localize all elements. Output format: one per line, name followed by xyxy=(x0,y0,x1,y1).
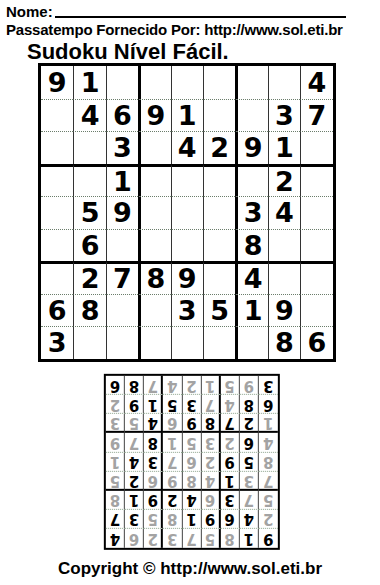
puzzle-cell-r7c5[interactable]: 9 xyxy=(171,261,203,294)
puzzle-cell-r6c4[interactable] xyxy=(138,229,170,262)
solution-cell-r4c4: 4 xyxy=(201,471,220,490)
puzzle-cell-r8c8[interactable]: 9 xyxy=(268,294,300,327)
solution-cell-r4c7: 6 xyxy=(144,471,163,490)
solution-cell-r9c1: 3 xyxy=(259,376,278,395)
solution-cell-r1c7: 2 xyxy=(144,529,163,548)
solution-cell-r7c2: 2 xyxy=(240,414,259,433)
solution-cell-r2c4: 9 xyxy=(201,510,220,529)
solution-cell-r6c1: 4 xyxy=(259,433,278,452)
puzzle-cell-r4c8[interactable]: 2 xyxy=(268,164,300,197)
solution-cell-r7c1: 1 xyxy=(259,414,278,433)
solution-cell-r2c8: 3 xyxy=(125,510,144,529)
solution-cell-r8c2: 8 xyxy=(240,395,259,414)
puzzle-cell-r1c5[interactable] xyxy=(171,66,203,99)
solution-cell-r8c1: 6 xyxy=(259,395,278,414)
solution-cell-r7c9: 3 xyxy=(106,414,125,433)
puzzle-cell-r2c6[interactable] xyxy=(203,99,235,132)
puzzle-cell-r2c2[interactable]: 4 xyxy=(73,99,105,132)
puzzle-cell-r6c2[interactable]: 6 xyxy=(73,229,105,262)
puzzle-cell-r5c3[interactable]: 9 xyxy=(106,196,138,229)
page-title: Sudoku Nível Fácil. xyxy=(27,39,229,65)
puzzle-cell-r2c4[interactable]: 9 xyxy=(138,99,170,132)
puzzle-cell-r3c3[interactable]: 3 xyxy=(106,131,138,164)
puzzle-cell-r5c7[interactable]: 3 xyxy=(235,196,267,229)
puzzle-cell-r7c7[interactable]: 4 xyxy=(235,261,267,294)
solution-cell-r6c5: 5 xyxy=(182,433,201,452)
name-row: Nome: xyxy=(6,3,346,20)
solution-cell-r9c3: 5 xyxy=(221,376,240,395)
puzzle-cell-r4c1[interactable] xyxy=(41,164,73,197)
solution-cell-r5c2: 5 xyxy=(240,452,259,471)
solution-cell-r5c6: 7 xyxy=(163,452,182,471)
puzzle-cell-r3c2[interactable] xyxy=(73,131,105,164)
puzzle-cell-r5c9[interactable] xyxy=(300,196,332,229)
solution-cell-r6c8: 7 xyxy=(125,433,144,452)
puzzle-cell-r3c9[interactable] xyxy=(300,131,332,164)
solution-cell-r8c4: 7 xyxy=(201,395,220,414)
solution-cell-r1c5: 7 xyxy=(182,529,201,548)
solution-cell-r6c9: 9 xyxy=(106,433,125,452)
solution-cell-r5c9: 1 xyxy=(106,452,125,471)
puzzle-cell-r1c3[interactable] xyxy=(106,66,138,99)
name-label: Nome: xyxy=(6,3,53,20)
solution-cell-r3c8: 1 xyxy=(125,491,144,510)
puzzle-cell-r4c9[interactable] xyxy=(300,164,332,197)
copyright-line: Copyright © http://www.sol.eti.br xyxy=(0,559,380,579)
worksheet-page: Nome: Passatempo Fornecido Por: http://w… xyxy=(0,0,380,585)
solution-cell-r8c6: 5 xyxy=(163,395,182,414)
solution-cell-r6c4: 3 xyxy=(201,433,220,452)
solution-cell-r9c8: 8 xyxy=(125,376,144,395)
solution-cell-r3c7: 9 xyxy=(144,491,163,510)
puzzle-cell-r9c5[interactable] xyxy=(171,326,203,359)
puzzle-cell-r8c5[interactable]: 3 xyxy=(171,294,203,327)
puzzle-cell-r4c2[interactable] xyxy=(73,164,105,197)
puzzle-cell-r1c8[interactable] xyxy=(268,66,300,99)
solution-cell-r8c8: 9 xyxy=(125,395,144,414)
solution-cell-r5c7: 3 xyxy=(144,452,163,471)
solution-cell-r9c9: 6 xyxy=(106,376,125,395)
puzzle-cell-r5c2[interactable]: 5 xyxy=(73,196,105,229)
puzzle-cell-r9c4[interactable] xyxy=(138,326,170,359)
solution-cell-r2c5: 1 xyxy=(182,510,201,529)
sudoku-solution-grid-rotated: 9185732642469185375736429187314896258592… xyxy=(104,374,280,550)
solution-cell-r9c7: 7 xyxy=(144,376,163,395)
puzzle-cell-r7c1[interactable] xyxy=(41,261,73,294)
solution-cell-r7c4: 8 xyxy=(201,414,220,433)
puzzle-cell-r1c4[interactable] xyxy=(138,66,170,99)
solution-cell-r2c3: 6 xyxy=(221,510,240,529)
puzzle-cell-r6c5[interactable] xyxy=(171,229,203,262)
name-fill-line[interactable] xyxy=(55,4,346,18)
solution-cell-r1c9: 4 xyxy=(106,529,125,548)
solution-cell-r2c6: 8 xyxy=(163,510,182,529)
puzzle-cell-r8c7[interactable]: 1 xyxy=(235,294,267,327)
solution-cell-r1c1: 9 xyxy=(259,529,278,548)
puzzle-cell-r5c4[interactable] xyxy=(138,196,170,229)
puzzle-cell-r8c4[interactable] xyxy=(138,294,170,327)
puzzle-cell-r9c6[interactable] xyxy=(203,326,235,359)
solution-cell-r1c8: 6 xyxy=(125,529,144,548)
puzzle-cell-r5c6[interactable] xyxy=(203,196,235,229)
solution-cell-r7c8: 5 xyxy=(125,414,144,433)
solution-cell-r3c6: 2 xyxy=(163,491,182,510)
puzzle-cell-r1c2[interactable]: 1 xyxy=(73,66,105,99)
solution-cell-r3c2: 7 xyxy=(240,491,259,510)
puzzle-cell-r7c3[interactable]: 7 xyxy=(106,261,138,294)
puzzle-cell-r3c1[interactable] xyxy=(41,131,73,164)
puzzle-cell-r6c7[interactable]: 8 xyxy=(235,229,267,262)
solution-cell-r3c4: 6 xyxy=(201,491,220,510)
puzzle-cell-r6c8[interactable] xyxy=(268,229,300,262)
puzzle-cell-r6c9[interactable] xyxy=(300,229,332,262)
solution-cell-r7c6: 6 xyxy=(163,414,182,433)
solution-cell-r7c5: 9 xyxy=(182,414,201,433)
solution-cell-r8c3: 4 xyxy=(221,395,240,414)
solution-cell-r5c1: 8 xyxy=(259,452,278,471)
solution-cell-r2c9: 7 xyxy=(106,510,125,529)
provider-line: Passatempo Fornecido Por: http://www.sol… xyxy=(6,21,343,38)
puzzle-cell-r4c5[interactable] xyxy=(171,164,203,197)
puzzle-cell-r4c7[interactable] xyxy=(235,164,267,197)
puzzle-cell-r2c3[interactable]: 6 xyxy=(106,99,138,132)
solution-cell-r6c2: 6 xyxy=(240,433,259,452)
puzzle-cell-r3c4[interactable] xyxy=(138,131,170,164)
puzzle-cell-r6c1[interactable] xyxy=(41,229,73,262)
solution-cell-r2c2: 4 xyxy=(240,510,259,529)
puzzle-cell-r7c6[interactable] xyxy=(203,261,235,294)
puzzle-cell-r3c8[interactable]: 1 xyxy=(268,131,300,164)
puzzle-cell-r3c6[interactable]: 2 xyxy=(203,131,235,164)
solution-cell-r5c5: 6 xyxy=(182,452,201,471)
puzzle-cell-r2c8[interactable]: 3 xyxy=(268,99,300,132)
puzzle-cell-r7c9[interactable] xyxy=(300,261,332,294)
puzzle-cell-r3c5[interactable]: 4 xyxy=(171,131,203,164)
puzzle-cell-r8c1[interactable]: 6 xyxy=(41,294,73,327)
puzzle-cell-r6c6[interactable] xyxy=(203,229,235,262)
puzzle-cell-r2c1[interactable] xyxy=(41,99,73,132)
solution-cell-r9c5: 2 xyxy=(182,376,201,395)
solution-cell-r2c7: 5 xyxy=(144,510,163,529)
puzzle-cell-r9c3[interactable] xyxy=(106,326,138,359)
solution-cell-r9c6: 4 xyxy=(163,376,182,395)
puzzle-cell-r1c9[interactable]: 4 xyxy=(300,66,332,99)
puzzle-cell-r9c7[interactable] xyxy=(235,326,267,359)
solution-cell-r4c1: 7 xyxy=(259,471,278,490)
puzzle-cell-r5c1[interactable] xyxy=(41,196,73,229)
puzzle-cell-r1c1[interactable]: 9 xyxy=(41,66,73,99)
puzzle-cell-r5c8[interactable]: 4 xyxy=(268,196,300,229)
puzzle-cell-r8c2[interactable]: 8 xyxy=(73,294,105,327)
puzzle-cell-r8c3[interactable] xyxy=(106,294,138,327)
sudoku-puzzle-grid[interactable]: 914469137342911259346827894683519386 xyxy=(38,63,336,362)
solution-cell-r4c8: 2 xyxy=(125,471,144,490)
solution-cell-r9c2: 9 xyxy=(240,376,259,395)
solution-cell-r6c7: 8 xyxy=(144,433,163,452)
solution-cell-r5c3: 9 xyxy=(221,452,240,471)
solution-cell-r4c6: 9 xyxy=(163,471,182,490)
solution-cell-r3c5: 4 xyxy=(182,491,201,510)
solution-cell-r8c9: 2 xyxy=(106,395,125,414)
puzzle-cell-r3c7[interactable]: 9 xyxy=(235,131,267,164)
solution-cell-r2c1: 2 xyxy=(259,510,278,529)
puzzle-cell-r6c3[interactable] xyxy=(106,229,138,262)
puzzle-cell-r5c5[interactable] xyxy=(171,196,203,229)
solution-cell-r5c4: 2 xyxy=(201,452,220,471)
puzzle-cell-r9c2[interactable] xyxy=(73,326,105,359)
solution-cell-r1c4: 5 xyxy=(201,529,220,548)
solution-cell-r4c5: 8 xyxy=(182,471,201,490)
solution-cell-r7c7: 4 xyxy=(144,414,163,433)
solution-cell-r8c7: 1 xyxy=(144,395,163,414)
solution-cell-r4c2: 3 xyxy=(240,471,259,490)
puzzle-cell-r1c6[interactable] xyxy=(203,66,235,99)
puzzle-cell-r1c7[interactable] xyxy=(235,66,267,99)
solution-cell-r3c1: 5 xyxy=(259,491,278,510)
solution-cell-r3c9: 8 xyxy=(106,491,125,510)
puzzle-cell-r7c8[interactable] xyxy=(268,261,300,294)
puzzle-cell-r2c5[interactable]: 1 xyxy=(171,99,203,132)
solution-cell-r7c3: 7 xyxy=(221,414,240,433)
puzzle-cell-r9c9[interactable]: 6 xyxy=(300,326,332,359)
puzzle-cell-r8c9[interactable] xyxy=(300,294,332,327)
puzzle-cell-r9c8[interactable]: 8 xyxy=(268,326,300,359)
solution-cell-r1c6: 3 xyxy=(163,529,182,548)
puzzle-cell-r2c7[interactable] xyxy=(235,99,267,132)
solution-cell-r5c8: 4 xyxy=(125,452,144,471)
solution-grid-container: 9185732642469185375736429187314896258592… xyxy=(104,374,280,550)
solution-cell-r6c6: 1 xyxy=(163,433,182,452)
puzzle-cell-r4c4[interactable] xyxy=(138,164,170,197)
puzzle-cell-r7c2[interactable]: 2 xyxy=(73,261,105,294)
solution-cell-r1c2: 1 xyxy=(240,529,259,548)
puzzle-cell-r2c9[interactable]: 7 xyxy=(300,99,332,132)
solution-cell-r9c4: 1 xyxy=(201,376,220,395)
solution-cell-r6c3: 2 xyxy=(221,433,240,452)
puzzle-cell-r7c4[interactable]: 8 xyxy=(138,261,170,294)
solution-cell-r4c3: 1 xyxy=(221,471,240,490)
puzzle-cell-r9c1[interactable]: 3 xyxy=(41,326,73,359)
solution-cell-r4c9: 5 xyxy=(106,471,125,490)
solution-cell-r8c5: 3 xyxy=(182,395,201,414)
solution-cell-r3c3: 3 xyxy=(221,491,240,510)
puzzle-cell-r4c6[interactable] xyxy=(203,164,235,197)
solution-cell-r1c3: 8 xyxy=(221,529,240,548)
puzzle-cell-r4c3[interactable]: 1 xyxy=(106,164,138,197)
puzzle-cell-r8c6[interactable]: 5 xyxy=(203,294,235,327)
